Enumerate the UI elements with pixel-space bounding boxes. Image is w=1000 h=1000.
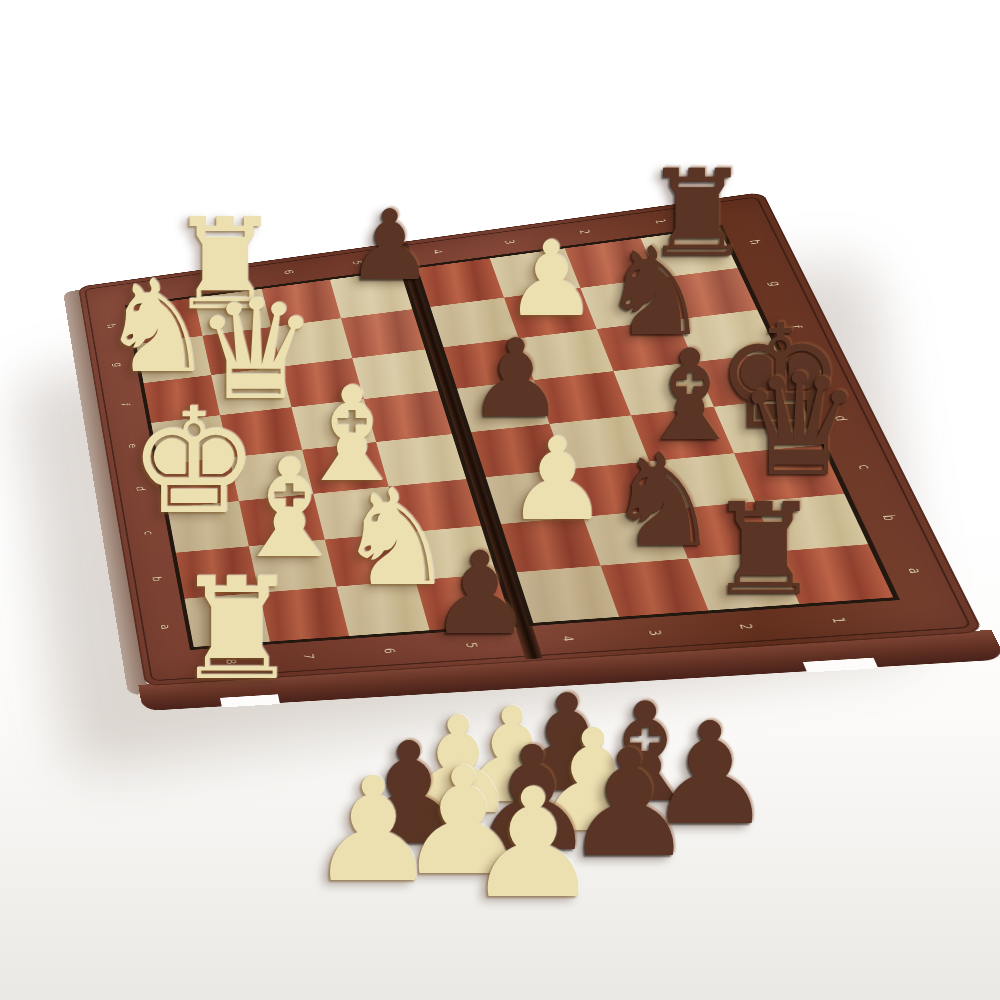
product-photo-scene: hgfedcba hgfedcba 87654321 87654321 ♜♟♜♟…: [0, 0, 1000, 1000]
piece-black-P-a5: ♟: [429, 537, 531, 651]
piece-black-N-b3: ♞: [606, 437, 721, 565]
piece-black-R-a2: ♜: [708, 487, 821, 613]
captured-white-P: ♟: [465, 769, 600, 920]
piece-white-R-a8: ♜: [174, 559, 300, 700]
piece-black-P-h5: ♟: [347, 197, 434, 294]
pieces-layer: ♜♟♜♟♞♞♛♟♚♝♛♝♚♟♞♝♞♜♟♜♟♟♝♟♟♟♟♟♟♟♟♟: [0, 0, 1000, 1000]
piece-white-P-c4: ♟: [506, 423, 608, 537]
captured-white-P: ♟: [308, 758, 437, 902]
piece-white-P-g3: ♟: [504, 227, 597, 331]
